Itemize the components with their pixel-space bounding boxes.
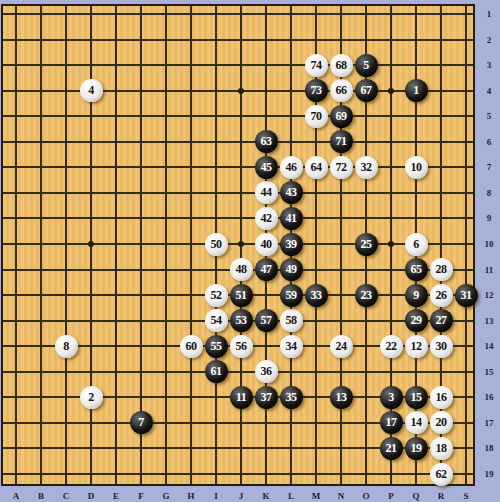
stone-white-70[interactable]: 70 — [305, 105, 328, 128]
stone-white-22[interactable]: 22 — [380, 335, 403, 358]
stone-black-7[interactable]: 7 — [130, 411, 153, 434]
stone-white-6[interactable]: 6 — [405, 233, 428, 256]
stone-white-28[interactable]: 28 — [430, 258, 453, 281]
column-label-F: F — [131, 490, 151, 502]
row-label-7: 7 — [478, 161, 500, 173]
column-label-O: O — [356, 490, 376, 502]
stone-white-4[interactable]: 4 — [80, 79, 103, 102]
column-label-A: A — [6, 490, 26, 502]
stone-black-5[interactable]: 5 — [355, 54, 378, 77]
grid-line-horizontal — [3, 217, 473, 219]
star-point — [388, 241, 394, 247]
stone-white-50[interactable]: 50 — [205, 233, 228, 256]
stone-black-43[interactable]: 43 — [280, 181, 303, 204]
stone-white-46[interactable]: 46 — [280, 156, 303, 179]
grid-line-vertical — [340, 6, 342, 484]
row-label-16: 16 — [478, 391, 500, 403]
column-label-P: P — [381, 490, 401, 502]
column-label-D: D — [81, 490, 101, 502]
stone-white-60[interactable]: 60 — [180, 335, 203, 358]
stone-white-2[interactable]: 2 — [80, 386, 103, 409]
row-label-17: 17 — [478, 417, 500, 429]
star-point — [238, 88, 244, 94]
stone-white-24[interactable]: 24 — [330, 335, 353, 358]
column-label-S: S — [456, 490, 476, 502]
row-label-18: 18 — [478, 442, 500, 454]
stone-black-55[interactable]: 55 — [205, 335, 228, 358]
row-label-5: 5 — [478, 110, 500, 122]
stone-black-15[interactable]: 15 — [405, 386, 428, 409]
stone-black-65[interactable]: 65 — [405, 258, 428, 281]
stone-white-42[interactable]: 42 — [255, 207, 278, 230]
stone-black-19[interactable]: 19 — [405, 437, 428, 460]
stone-black-41[interactable]: 41 — [280, 207, 303, 230]
stone-black-33[interactable]: 33 — [305, 284, 328, 307]
stone-white-56[interactable]: 56 — [230, 335, 253, 358]
row-label-19: 19 — [478, 468, 500, 480]
star-point — [88, 241, 94, 247]
stone-white-20[interactable]: 20 — [430, 411, 453, 434]
grid-line-horizontal — [3, 115, 473, 117]
row-label-1: 1 — [478, 8, 500, 20]
row-label-10: 10 — [478, 238, 500, 250]
row-label-14: 14 — [478, 340, 500, 352]
grid-line-vertical — [40, 6, 42, 484]
stone-black-9[interactable]: 9 — [405, 284, 428, 307]
stone-black-39[interactable]: 39 — [280, 233, 303, 256]
stone-white-44[interactable]: 44 — [255, 181, 278, 204]
stone-black-25[interactable]: 25 — [355, 233, 378, 256]
stone-white-8[interactable]: 8 — [55, 335, 78, 358]
stone-black-31[interactable]: 31 — [455, 284, 478, 307]
stone-white-36[interactable]: 36 — [255, 360, 278, 383]
stone-black-13[interactable]: 13 — [330, 386, 353, 409]
column-label-B: B — [31, 490, 51, 502]
grid-line-vertical — [190, 6, 192, 484]
stone-white-58[interactable]: 58 — [280, 309, 303, 332]
stone-black-37[interactable]: 37 — [255, 386, 278, 409]
grid-line-horizontal — [3, 166, 473, 168]
stone-white-10[interactable]: 10 — [405, 156, 428, 179]
row-label-6: 6 — [478, 136, 500, 148]
stone-white-72[interactable]: 72 — [330, 156, 353, 179]
stone-white-64[interactable]: 64 — [305, 156, 328, 179]
stone-black-1[interactable]: 1 — [405, 79, 428, 102]
row-label-15: 15 — [478, 366, 500, 378]
stone-black-69[interactable]: 69 — [330, 105, 353, 128]
stone-white-16[interactable]: 16 — [430, 386, 453, 409]
stone-black-11[interactable]: 11 — [230, 386, 253, 409]
column-label-E: E — [106, 490, 126, 502]
column-label-R: R — [431, 490, 451, 502]
column-label-J: J — [231, 490, 251, 502]
stone-white-32[interactable]: 32 — [355, 156, 378, 179]
row-label-3: 3 — [478, 59, 500, 71]
stone-black-73[interactable]: 73 — [305, 79, 328, 102]
grid-line-horizontal — [3, 39, 473, 41]
row-label-4: 4 — [478, 85, 500, 97]
grid-line-vertical — [115, 6, 117, 484]
grid-line-horizontal — [3, 192, 473, 194]
stone-white-66[interactable]: 66 — [330, 79, 353, 102]
stone-black-27[interactable]: 27 — [430, 309, 453, 332]
stone-white-74[interactable]: 74 — [305, 54, 328, 77]
stone-black-57[interactable]: 57 — [255, 309, 278, 332]
column-label-C: C — [56, 490, 76, 502]
grid-line-horizontal — [3, 141, 473, 143]
column-label-H: H — [181, 490, 201, 502]
stone-white-48[interactable]: 48 — [230, 258, 253, 281]
stone-black-45[interactable]: 45 — [255, 156, 278, 179]
go-board[interactable]: 1234567891011121314151617181920212223242… — [1, 4, 475, 486]
stone-black-35[interactable]: 35 — [280, 386, 303, 409]
stone-black-51[interactable]: 51 — [230, 284, 253, 307]
stone-black-61[interactable]: 61 — [205, 360, 228, 383]
stone-white-30[interactable]: 30 — [430, 335, 453, 358]
grid-line-vertical — [315, 6, 317, 484]
stone-black-53[interactable]: 53 — [230, 309, 253, 332]
row-label-13: 13 — [478, 315, 500, 327]
grid-line-vertical — [465, 6, 467, 484]
star-point — [388, 88, 394, 94]
column-label-I: I — [206, 490, 226, 502]
row-label-8: 8 — [478, 187, 500, 199]
column-label-M: M — [306, 490, 326, 502]
row-label-12: 12 — [478, 289, 500, 301]
grid-line-vertical — [65, 6, 67, 484]
go-kifu-screen: 1234567891011121314151617181920212223242… — [0, 0, 500, 502]
column-label-N: N — [331, 490, 351, 502]
stone-black-67[interactable]: 67 — [355, 79, 378, 102]
column-label-G: G — [156, 490, 176, 502]
stone-black-71[interactable]: 71 — [330, 130, 353, 153]
stone-black-17[interactable]: 17 — [380, 411, 403, 434]
grid-line-horizontal — [3, 422, 473, 424]
stone-white-26[interactable]: 26 — [430, 284, 453, 307]
stone-white-12[interactable]: 12 — [405, 335, 428, 358]
stone-black-29[interactable]: 29 — [405, 309, 428, 332]
stone-white-68[interactable]: 68 — [330, 54, 353, 77]
grid-line-horizontal — [3, 13, 473, 15]
stone-white-54[interactable]: 54 — [205, 309, 228, 332]
column-label-K: K — [256, 490, 276, 502]
grid-line-vertical — [15, 6, 17, 484]
column-label-Q: Q — [406, 490, 426, 502]
grid-line-horizontal — [3, 473, 473, 475]
row-label-11: 11 — [478, 264, 500, 276]
stone-white-62[interactable]: 62 — [430, 463, 453, 486]
stone-black-23[interactable]: 23 — [355, 284, 378, 307]
grid-line-vertical — [165, 6, 167, 484]
column-label-L: L — [281, 490, 301, 502]
stone-white-52[interactable]: 52 — [205, 284, 228, 307]
stone-black-49[interactable]: 49 — [280, 258, 303, 281]
row-label-9: 9 — [478, 212, 500, 224]
stone-black-47[interactable]: 47 — [255, 258, 278, 281]
stone-white-14[interactable]: 14 — [405, 411, 428, 434]
stone-white-34[interactable]: 34 — [280, 335, 303, 358]
star-point — [238, 241, 244, 247]
grid-line-horizontal — [3, 371, 473, 373]
stone-black-59[interactable]: 59 — [280, 284, 303, 307]
grid-line-horizontal — [3, 64, 473, 66]
stone-black-63[interactable]: 63 — [255, 130, 278, 153]
stone-black-21[interactable]: 21 — [380, 437, 403, 460]
row-label-2: 2 — [478, 34, 500, 46]
stone-black-3[interactable]: 3 — [380, 386, 403, 409]
grid-line-horizontal — [3, 447, 473, 449]
stone-white-40[interactable]: 40 — [255, 233, 278, 256]
stone-white-18[interactable]: 18 — [430, 437, 453, 460]
